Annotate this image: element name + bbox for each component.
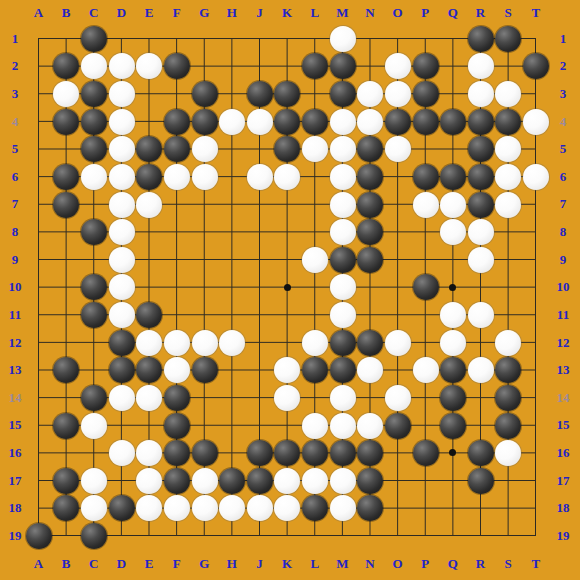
intersection-G1[interactable]: [191, 25, 219, 53]
intersection-M2[interactable]: ●: [329, 53, 357, 81]
white-stone-J18[interactable]: ●: [247, 495, 273, 521]
white-stone-F13[interactable]: ●: [164, 357, 190, 383]
intersection-M18[interactable]: ●: [329, 495, 357, 523]
black-stone-M2[interactable]: ●: [330, 53, 356, 79]
intersection-G12[interactable]: ●: [191, 329, 219, 357]
black-stone-F14[interactable]: ●: [164, 385, 190, 411]
intersection-K10[interactable]: [274, 274, 302, 302]
intersection-G7[interactable]: [191, 191, 219, 219]
intersection-Q13[interactable]: ●: [439, 357, 467, 385]
white-stone-C18[interactable]: ●: [81, 495, 107, 521]
intersection-A10[interactable]: [25, 274, 53, 302]
white-stone-E2[interactable]: ●: [136, 53, 162, 79]
intersection-T14[interactable]: [522, 384, 550, 412]
intersection-O9[interactable]: [384, 246, 412, 274]
white-stone-R3[interactable]: ●: [468, 81, 494, 107]
intersection-G2[interactable]: [191, 53, 219, 81]
intersection-O5[interactable]: ●: [384, 136, 412, 164]
intersection-S5[interactable]: ●: [495, 136, 523, 164]
white-stone-M18[interactable]: ●: [330, 495, 356, 521]
intersection-C8[interactable]: ●: [80, 218, 108, 246]
intersection-S2[interactable]: [495, 53, 523, 81]
intersection-M16[interactable]: ●: [329, 439, 357, 467]
black-stone-T2[interactable]: ●: [523, 53, 549, 79]
intersection-Q1[interactable]: [439, 25, 467, 53]
intersection-Q11[interactable]: ●: [439, 301, 467, 329]
white-stone-R2[interactable]: ●: [468, 53, 494, 79]
intersection-J12[interactable]: [246, 329, 274, 357]
intersection-Q7[interactable]: ●: [439, 191, 467, 219]
black-stone-R16[interactable]: ●: [468, 440, 494, 466]
intersection-K9[interactable]: [274, 246, 302, 274]
intersection-F8[interactable]: [163, 218, 191, 246]
black-stone-N8[interactable]: ●: [357, 219, 383, 245]
intersection-D4[interactable]: ●: [108, 108, 136, 136]
intersection-B5[interactable]: [53, 136, 81, 164]
intersection-O6[interactable]: [384, 163, 412, 191]
intersection-S12[interactable]: ●: [495, 329, 523, 357]
black-stone-Q14[interactable]: ●: [440, 385, 466, 411]
intersection-A11[interactable]: [25, 301, 53, 329]
black-stone-M9[interactable]: ●: [330, 247, 356, 273]
intersection-B12[interactable]: [53, 329, 81, 357]
intersection-L5[interactable]: ●: [301, 136, 329, 164]
intersection-Q5[interactable]: [439, 136, 467, 164]
black-stone-S15[interactable]: ●: [495, 413, 521, 439]
intersection-T6[interactable]: ●: [522, 163, 550, 191]
intersection-J14[interactable]: [246, 384, 274, 412]
white-stone-M6[interactable]: ●: [330, 164, 356, 190]
intersection-S13[interactable]: ●: [495, 357, 523, 385]
intersection-S8[interactable]: [495, 218, 523, 246]
intersection-E11[interactable]: ●: [136, 301, 164, 329]
intersection-A8[interactable]: [25, 218, 53, 246]
intersection-L2[interactable]: ●: [301, 53, 329, 81]
intersection-E17[interactable]: ●: [136, 467, 164, 495]
intersection-L8[interactable]: [301, 218, 329, 246]
intersection-J4[interactable]: ●: [246, 108, 274, 136]
black-stone-N12[interactable]: ●: [357, 330, 383, 356]
black-stone-J3[interactable]: ●: [247, 81, 273, 107]
black-stone-O15[interactable]: ●: [385, 413, 411, 439]
intersection-Q17[interactable]: [439, 467, 467, 495]
intersection-B2[interactable]: ●: [53, 53, 81, 81]
black-stone-D13[interactable]: ●: [109, 357, 135, 383]
intersection-T1[interactable]: [522, 25, 550, 53]
intersection-E12[interactable]: ●: [136, 329, 164, 357]
white-stone-L15[interactable]: ●: [302, 413, 328, 439]
intersection-R6[interactable]: ●: [467, 163, 495, 191]
intersection-J16[interactable]: ●: [246, 439, 274, 467]
black-stone-N9[interactable]: ●: [357, 247, 383, 273]
intersection-T8[interactable]: [522, 218, 550, 246]
intersection-F7[interactable]: [163, 191, 191, 219]
white-stone-F6[interactable]: ●: [164, 164, 190, 190]
black-stone-M16[interactable]: ●: [330, 440, 356, 466]
white-stone-D3[interactable]: ●: [109, 81, 135, 107]
intersection-M8[interactable]: ●: [329, 218, 357, 246]
white-stone-G17[interactable]: ●: [192, 468, 218, 494]
intersection-K11[interactable]: [274, 301, 302, 329]
intersection-R13[interactable]: ●: [467, 357, 495, 385]
intersection-F3[interactable]: [163, 80, 191, 108]
intersection-S18[interactable]: [495, 495, 523, 523]
black-stone-G4[interactable]: ●: [192, 109, 218, 135]
intersection-H16[interactable]: [218, 439, 246, 467]
intersection-S11[interactable]: [495, 301, 523, 329]
intersection-C19[interactable]: ●: [80, 522, 108, 550]
intersection-R18[interactable]: [467, 495, 495, 523]
white-stone-E18[interactable]: ●: [136, 495, 162, 521]
white-stone-F12[interactable]: ●: [164, 330, 190, 356]
intersection-C4[interactable]: ●: [80, 108, 108, 136]
white-stone-M15[interactable]: ●: [330, 413, 356, 439]
black-stone-R1[interactable]: ●: [468, 26, 494, 52]
intersection-D14[interactable]: ●: [108, 384, 136, 412]
intersection-D2[interactable]: ●: [108, 53, 136, 81]
black-stone-M13[interactable]: ●: [330, 357, 356, 383]
black-stone-E5[interactable]: ●: [136, 136, 162, 162]
white-stone-D14[interactable]: ●: [109, 385, 135, 411]
intersection-F13[interactable]: ●: [163, 357, 191, 385]
black-stone-J17[interactable]: ●: [247, 468, 273, 494]
intersection-D16[interactable]: ●: [108, 439, 136, 467]
intersection-G14[interactable]: [191, 384, 219, 412]
intersection-N2[interactable]: [357, 53, 385, 81]
intersection-O19[interactable]: [384, 522, 412, 550]
black-stone-P4[interactable]: ●: [413, 109, 439, 135]
intersection-T7[interactable]: [522, 191, 550, 219]
intersection-K6[interactable]: ●: [274, 163, 302, 191]
intersection-R19[interactable]: [467, 522, 495, 550]
intersection-P12[interactable]: [412, 329, 440, 357]
intersection-A12[interactable]: [25, 329, 53, 357]
black-stone-E11[interactable]: ●: [136, 302, 162, 328]
intersection-M3[interactable]: ●: [329, 80, 357, 108]
intersection-O3[interactable]: ●: [384, 80, 412, 108]
intersection-T15[interactable]: [522, 412, 550, 440]
intersection-P19[interactable]: [412, 522, 440, 550]
black-stone-R6[interactable]: ●: [468, 164, 494, 190]
intersection-L12[interactable]: ●: [301, 329, 329, 357]
intersection-J6[interactable]: ●: [246, 163, 274, 191]
intersection-N8[interactable]: ●: [357, 218, 385, 246]
intersection-K1[interactable]: [274, 25, 302, 53]
intersection-T17[interactable]: [522, 467, 550, 495]
intersection-L7[interactable]: [301, 191, 329, 219]
white-stone-Q11[interactable]: ●: [440, 302, 466, 328]
black-stone-C10[interactable]: ●: [81, 274, 107, 300]
intersection-M12[interactable]: ●: [329, 329, 357, 357]
white-stone-B3[interactable]: ●: [53, 81, 79, 107]
intersection-K14[interactable]: ●: [274, 384, 302, 412]
intersection-B13[interactable]: ●: [53, 357, 81, 385]
intersection-F2[interactable]: ●: [163, 53, 191, 81]
intersection-D19[interactable]: [108, 522, 136, 550]
intersection-Q14[interactable]: ●: [439, 384, 467, 412]
white-stone-K14[interactable]: ●: [274, 385, 300, 411]
white-stone-H12[interactable]: ●: [219, 330, 245, 356]
intersection-C17[interactable]: ●: [80, 467, 108, 495]
intersection-T9[interactable]: [522, 246, 550, 274]
intersection-R1[interactable]: ●: [467, 25, 495, 53]
black-stone-E13[interactable]: ●: [136, 357, 162, 383]
intersection-N10[interactable]: [357, 274, 385, 302]
black-stone-L4[interactable]: ●: [302, 109, 328, 135]
intersection-T13[interactable]: [522, 357, 550, 385]
intersection-O2[interactable]: ●: [384, 53, 412, 81]
intersection-P9[interactable]: [412, 246, 440, 274]
intersection-B4[interactable]: ●: [53, 108, 81, 136]
white-stone-R13[interactable]: ●: [468, 357, 494, 383]
intersection-O4[interactable]: ●: [384, 108, 412, 136]
intersection-L6[interactable]: [301, 163, 329, 191]
black-stone-B6[interactable]: ●: [53, 164, 79, 190]
intersection-G11[interactable]: [191, 301, 219, 329]
intersection-E6[interactable]: ●: [136, 163, 164, 191]
white-stone-F18[interactable]: ●: [164, 495, 190, 521]
intersection-J2[interactable]: [246, 53, 274, 81]
white-stone-K18[interactable]: ●: [274, 495, 300, 521]
intersection-P8[interactable]: [412, 218, 440, 246]
intersection-B19[interactable]: [53, 522, 81, 550]
intersection-M7[interactable]: ●: [329, 191, 357, 219]
intersection-R7[interactable]: ●: [467, 191, 495, 219]
intersection-A4[interactable]: [25, 108, 53, 136]
intersection-E3[interactable]: [136, 80, 164, 108]
intersection-E7[interactable]: ●: [136, 191, 164, 219]
intersection-N9[interactable]: ●: [357, 246, 385, 274]
black-stone-E6[interactable]: ●: [136, 164, 162, 190]
intersection-D18[interactable]: ●: [108, 495, 136, 523]
intersection-L13[interactable]: ●: [301, 357, 329, 385]
intersection-R5[interactable]: ●: [467, 136, 495, 164]
black-stone-K3[interactable]: ●: [274, 81, 300, 107]
intersection-O18[interactable]: [384, 495, 412, 523]
intersection-A18[interactable]: [25, 495, 53, 523]
intersection-J1[interactable]: [246, 25, 274, 53]
intersection-P10[interactable]: ●: [412, 274, 440, 302]
intersection-Q19[interactable]: [439, 522, 467, 550]
white-stone-K17[interactable]: ●: [274, 468, 300, 494]
white-stone-O2[interactable]: ●: [385, 53, 411, 79]
intersection-O13[interactable]: [384, 357, 412, 385]
intersection-Q18[interactable]: [439, 495, 467, 523]
black-stone-N17[interactable]: ●: [357, 468, 383, 494]
intersection-B17[interactable]: ●: [53, 467, 81, 495]
intersection-A9[interactable]: [25, 246, 53, 274]
black-stone-N16[interactable]: ●: [357, 440, 383, 466]
intersection-B15[interactable]: ●: [53, 412, 81, 440]
intersection-G10[interactable]: [191, 274, 219, 302]
black-stone-Q13[interactable]: ●: [440, 357, 466, 383]
intersection-K16[interactable]: ●: [274, 439, 302, 467]
black-stone-F16[interactable]: ●: [164, 440, 190, 466]
intersection-C9[interactable]: [80, 246, 108, 274]
intersection-S16[interactable]: ●: [495, 439, 523, 467]
intersection-T4[interactable]: ●: [522, 108, 550, 136]
intersection-J8[interactable]: [246, 218, 274, 246]
intersection-K5[interactable]: ●: [274, 136, 302, 164]
intersection-H1[interactable]: [218, 25, 246, 53]
intersection-R9[interactable]: ●: [467, 246, 495, 274]
intersection-J3[interactable]: ●: [246, 80, 274, 108]
intersection-D15[interactable]: [108, 412, 136, 440]
intersection-M15[interactable]: ●: [329, 412, 357, 440]
intersection-B6[interactable]: ●: [53, 163, 81, 191]
intersection-F12[interactable]: ●: [163, 329, 191, 357]
white-stone-O14[interactable]: ●: [385, 385, 411, 411]
intersection-O16[interactable]: [384, 439, 412, 467]
intersection-Q4[interactable]: ●: [439, 108, 467, 136]
intersection-D5[interactable]: ●: [108, 136, 136, 164]
white-stone-D8[interactable]: ●: [109, 219, 135, 245]
intersection-Q9[interactable]: [439, 246, 467, 274]
intersection-P5[interactable]: [412, 136, 440, 164]
intersection-J13[interactable]: [246, 357, 274, 385]
intersection-R8[interactable]: ●: [467, 218, 495, 246]
intersection-A1[interactable]: [25, 25, 53, 53]
white-stone-M11[interactable]: ●: [330, 302, 356, 328]
intersection-A2[interactable]: [25, 53, 53, 81]
white-stone-O12[interactable]: ●: [385, 330, 411, 356]
intersection-P7[interactable]: ●: [412, 191, 440, 219]
white-stone-D9[interactable]: ●: [109, 247, 135, 273]
intersection-L9[interactable]: ●: [301, 246, 329, 274]
intersection-T19[interactable]: [522, 522, 550, 550]
intersection-L16[interactable]: ●: [301, 439, 329, 467]
intersection-M10[interactable]: ●: [329, 274, 357, 302]
intersection-F18[interactable]: ●: [163, 495, 191, 523]
intersection-M1[interactable]: ●: [329, 25, 357, 53]
white-stone-D4[interactable]: ●: [109, 109, 135, 135]
white-stone-L9[interactable]: ●: [302, 247, 328, 273]
intersection-A3[interactable]: [25, 80, 53, 108]
intersection-S14[interactable]: ●: [495, 384, 523, 412]
intersection-F9[interactable]: [163, 246, 191, 274]
white-stone-E14[interactable]: ●: [136, 385, 162, 411]
intersection-M11[interactable]: ●: [329, 301, 357, 329]
black-stone-P2[interactable]: ●: [413, 53, 439, 79]
white-stone-T6[interactable]: ●: [523, 164, 549, 190]
intersection-F17[interactable]: ●: [163, 467, 191, 495]
black-stone-B17[interactable]: ●: [53, 468, 79, 494]
intersection-M5[interactable]: ●: [329, 136, 357, 164]
intersection-H18[interactable]: ●: [218, 495, 246, 523]
intersection-T10[interactable]: [522, 274, 550, 302]
intersection-G13[interactable]: ●: [191, 357, 219, 385]
intersection-B1[interactable]: [53, 25, 81, 53]
intersection-N13[interactable]: ●: [357, 357, 385, 385]
intersection-H2[interactable]: [218, 53, 246, 81]
intersection-G4[interactable]: ●: [191, 108, 219, 136]
intersection-G3[interactable]: ●: [191, 80, 219, 108]
white-stone-D11[interactable]: ●: [109, 302, 135, 328]
black-stone-C1[interactable]: ●: [81, 26, 107, 52]
white-stone-C15[interactable]: ●: [81, 413, 107, 439]
intersection-G8[interactable]: [191, 218, 219, 246]
intersection-N19[interactable]: [357, 522, 385, 550]
intersection-H5[interactable]: [218, 136, 246, 164]
black-stone-C14[interactable]: ●: [81, 385, 107, 411]
intersection-H15[interactable]: [218, 412, 246, 440]
white-stone-S6[interactable]: ●: [495, 164, 521, 190]
intersection-F1[interactable]: [163, 25, 191, 53]
intersection-N14[interactable]: [357, 384, 385, 412]
intersection-K18[interactable]: ●: [274, 495, 302, 523]
intersection-R3[interactable]: ●: [467, 80, 495, 108]
intersection-C18[interactable]: ●: [80, 495, 108, 523]
white-stone-D10[interactable]: ●: [109, 274, 135, 300]
intersection-M13[interactable]: ●: [329, 357, 357, 385]
black-stone-C19[interactable]: ●: [81, 523, 107, 549]
intersection-G6[interactable]: ●: [191, 163, 219, 191]
intersection-S1[interactable]: ●: [495, 25, 523, 53]
white-stone-H4[interactable]: ●: [219, 109, 245, 135]
intersection-A13[interactable]: [25, 357, 53, 385]
black-stone-C4[interactable]: ●: [81, 109, 107, 135]
black-stone-S4[interactable]: ●: [495, 109, 521, 135]
intersection-J19[interactable]: [246, 522, 274, 550]
intersection-J18[interactable]: ●: [246, 495, 274, 523]
black-stone-L2[interactable]: ●: [302, 53, 328, 79]
intersection-F10[interactable]: [163, 274, 191, 302]
intersection-O1[interactable]: [384, 25, 412, 53]
black-stone-K5[interactable]: ●: [274, 136, 300, 162]
intersection-L19[interactable]: [301, 522, 329, 550]
intersection-G16[interactable]: ●: [191, 439, 219, 467]
intersection-P6[interactable]: ●: [412, 163, 440, 191]
black-stone-L13[interactable]: ●: [302, 357, 328, 383]
intersection-L1[interactable]: [301, 25, 329, 53]
black-stone-K16[interactable]: ●: [274, 440, 300, 466]
intersection-R12[interactable]: [467, 329, 495, 357]
black-stone-G16[interactable]: ●: [192, 440, 218, 466]
intersection-H10[interactable]: [218, 274, 246, 302]
black-stone-S13[interactable]: ●: [495, 357, 521, 383]
intersection-O10[interactable]: [384, 274, 412, 302]
black-stone-B2[interactable]: ●: [53, 53, 79, 79]
intersection-P11[interactable]: [412, 301, 440, 329]
intersection-J11[interactable]: [246, 301, 274, 329]
intersection-P3[interactable]: ●: [412, 80, 440, 108]
intersection-B8[interactable]: [53, 218, 81, 246]
intersection-J7[interactable]: [246, 191, 274, 219]
intersection-D7[interactable]: ●: [108, 191, 136, 219]
black-stone-K4[interactable]: ●: [274, 109, 300, 135]
white-stone-R11[interactable]: ●: [468, 302, 494, 328]
white-stone-M4[interactable]: ●: [330, 109, 356, 135]
intersection-F5[interactable]: ●: [163, 136, 191, 164]
intersection-L10[interactable]: [301, 274, 329, 302]
intersection-E15[interactable]: [136, 412, 164, 440]
intersection-L17[interactable]: ●: [301, 467, 329, 495]
white-stone-Q8[interactable]: ●: [440, 219, 466, 245]
intersection-M19[interactable]: [329, 522, 357, 550]
black-stone-R4[interactable]: ●: [468, 109, 494, 135]
intersection-T3[interactable]: [522, 80, 550, 108]
intersection-K17[interactable]: ●: [274, 467, 302, 495]
intersection-D12[interactable]: ●: [108, 329, 136, 357]
intersection-D3[interactable]: ●: [108, 80, 136, 108]
white-stone-M10[interactable]: ●: [330, 274, 356, 300]
white-stone-D7[interactable]: ●: [109, 192, 135, 218]
white-stone-O5[interactable]: ●: [385, 136, 411, 162]
intersection-N5[interactable]: ●: [357, 136, 385, 164]
white-stone-E7[interactable]: ●: [136, 192, 162, 218]
intersection-O15[interactable]: ●: [384, 412, 412, 440]
white-stone-K6[interactable]: ●: [274, 164, 300, 190]
